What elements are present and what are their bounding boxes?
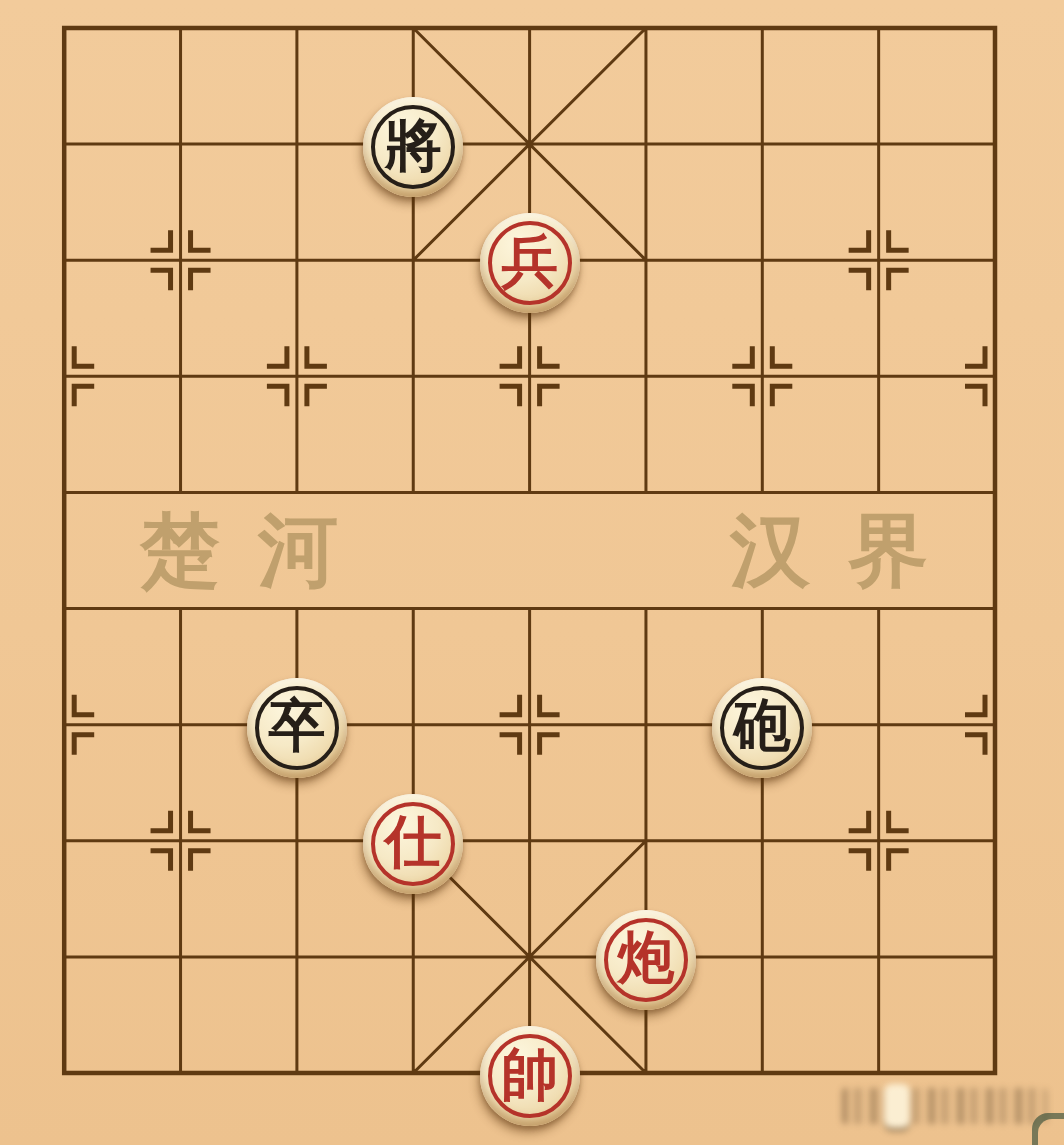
piece-glyph: 兵	[501, 233, 558, 290]
piece-glyph: 炮	[617, 929, 674, 986]
watermark	[842, 1088, 1047, 1124]
piece-red-soldier[interactable]: 兵	[480, 213, 580, 313]
piece-glyph: 仕	[385, 813, 442, 870]
pieces-grid: 將兵卒砲仕炮帥	[6, 0, 1053, 1131]
screen-rounded-corner	[1038, 1119, 1064, 1145]
piece-glyph: 卒	[268, 697, 325, 754]
piece-black-cannon[interactable]: 砲	[712, 678, 812, 778]
piece-black-general[interactable]: 將	[363, 97, 463, 197]
piece-glyph: 帥	[501, 1046, 558, 1103]
piece-red-general[interactable]: 帥	[480, 1026, 580, 1126]
piece-red-advisor[interactable]: 仕	[363, 794, 463, 894]
xiangqi-screen: 楚河 汉界 將兵卒砲仕炮帥	[0, 0, 1064, 1145]
piece-red-cannon[interactable]: 炮	[596, 910, 696, 1010]
piece-glyph: 將	[385, 117, 442, 174]
piece-black-soldier[interactable]: 卒	[247, 678, 347, 778]
piece-glyph: 砲	[734, 697, 791, 754]
